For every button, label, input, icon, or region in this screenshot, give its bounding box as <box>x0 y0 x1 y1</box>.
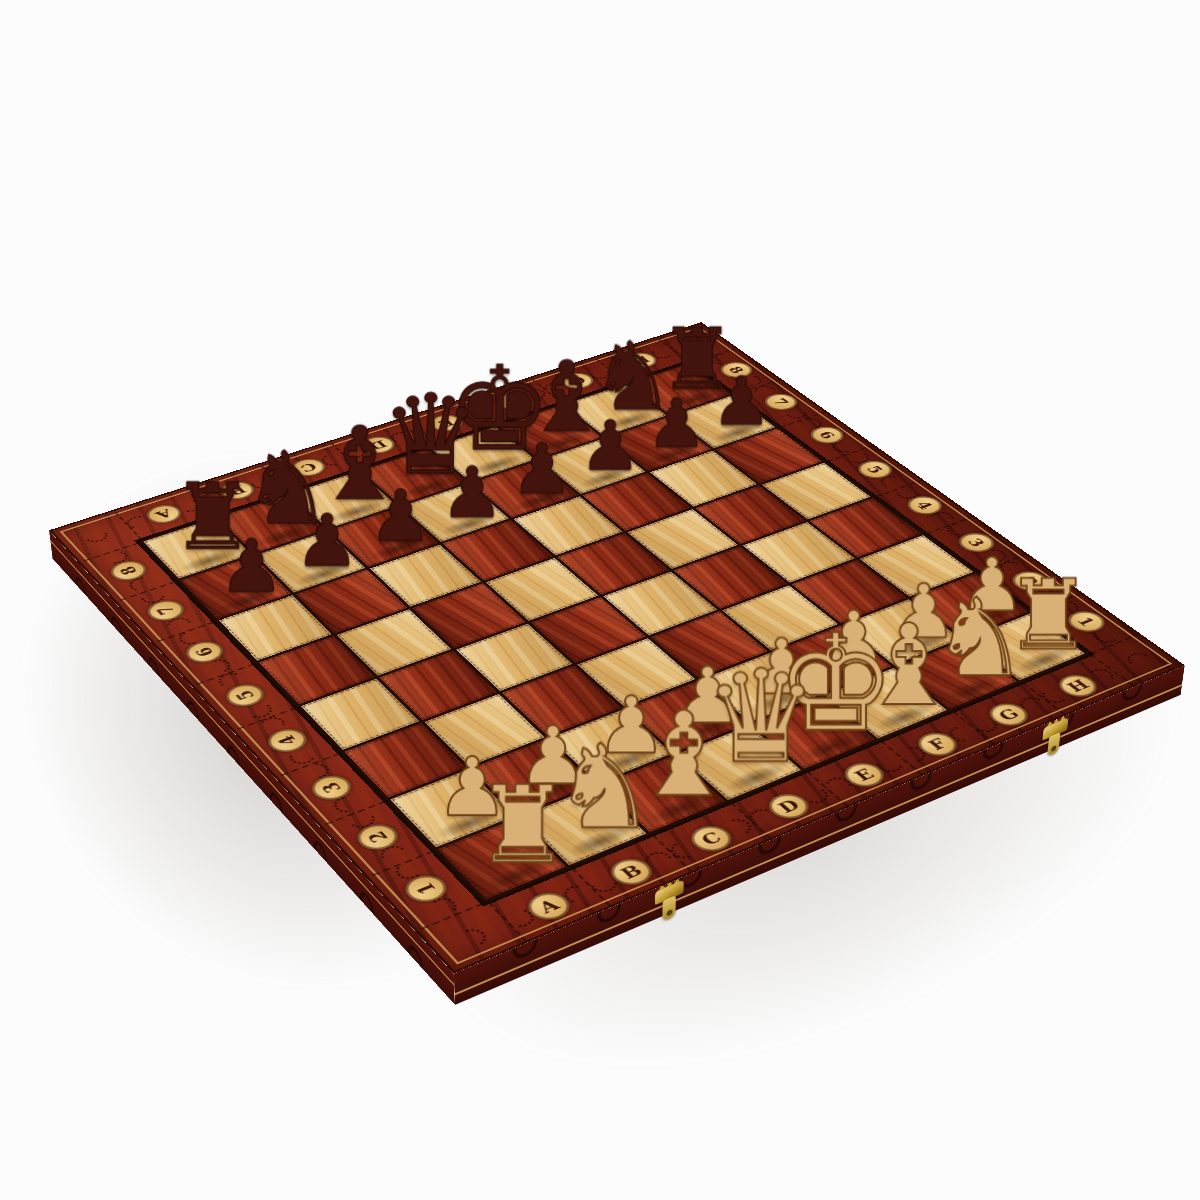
pyrography-scroll-icon <box>245 702 273 719</box>
pyrography-scroll-icon <box>284 745 319 766</box>
pyrography-scroll-icon <box>895 743 929 764</box>
border-segment-separator <box>237 706 297 729</box>
pyrography-scroll-icon <box>944 723 978 744</box>
coord-rank-5-left: 5 <box>219 680 269 710</box>
piece-black-pawn[interactable]: ♟ <box>368 481 432 552</box>
border-segment-separator <box>196 663 255 685</box>
pyrography-scroll-icon <box>328 793 364 815</box>
pyrography-scroll-icon <box>426 896 458 917</box>
chess-board: AA11BB22CC33DD44EE55FF66GG77HH88 ♜♞♝♛♚♝♞… <box>48 322 1184 973</box>
coord-rank-4-left: 4 <box>261 725 312 756</box>
pyrography-scroll-icon <box>1019 696 1045 713</box>
pyrography-scroll-icon <box>377 845 409 864</box>
pyrography-scroll-icon <box>345 810 376 829</box>
piece-black-pawn[interactable]: ♟ <box>646 390 706 457</box>
border-segment-separator <box>324 800 386 825</box>
pyrography-scroll-icon <box>1038 686 1070 704</box>
border-segment-separator <box>371 850 433 876</box>
border-segment-separator <box>570 867 611 906</box>
pyrography-scroll-icon <box>202 658 232 674</box>
pyrography-scroll-icon <box>746 807 778 826</box>
pyrography-scroll-icon <box>668 839 698 859</box>
coord-file-f-near: F <box>910 728 963 759</box>
pyrography-scroll-icon <box>971 715 997 732</box>
border-segment-separator <box>486 902 526 942</box>
playing-area: ♜♞♝♛♚♝♞♜♟♟♟♟♟♟♟♟♟♟♟♟♟♟♟♟♜♞♝♛♚♝♞♜ <box>138 361 1089 902</box>
pyrography-scroll-icon <box>1084 667 1116 684</box>
pyrography-scroll-icon <box>255 714 289 735</box>
coord-file-c-near: C <box>683 821 738 855</box>
pyrography-scroll-icon <box>1089 627 1120 644</box>
pyrography-scroll-icon <box>1126 652 1151 668</box>
piece-black-pawn[interactable]: ♟ <box>218 530 283 603</box>
pyrography-scroll-icon <box>558 881 595 905</box>
board-top-face: AA11BB22CC33DD44EE55FF66GG77HH88 ♜♞♝♛♚♝♞… <box>48 322 1184 973</box>
coord-file-a-near: A <box>520 887 576 923</box>
pyrography-scroll-icon <box>161 615 195 634</box>
border-segment-separator <box>1089 654 1134 686</box>
pyrography-scroll-icon <box>722 817 752 836</box>
pyrography-scroll-icon <box>216 671 243 688</box>
coord-file-h-near: H <box>1051 670 1103 700</box>
piece-black-pawn[interactable]: ♟ <box>294 505 358 577</box>
pyrography-scroll-icon <box>820 774 856 796</box>
border-segment-separator <box>650 834 692 872</box>
coord-rank-1-left: 1 <box>397 870 452 906</box>
pyrography-scroll-icon <box>297 760 333 781</box>
pyrography-scroll-icon <box>640 848 677 871</box>
pyrography-scroll-icon <box>392 860 423 881</box>
pyrography-scroll-icon <box>81 528 109 542</box>
coord-rank-2-left: 2 <box>350 820 404 854</box>
piece-black-pawn[interactable]: ♟ <box>579 412 640 480</box>
piece-black-pawn[interactable]: ♟ <box>440 457 503 527</box>
brass-latch-left[interactable] <box>652 878 686 935</box>
coord-file-d-near: D <box>761 789 815 822</box>
coord-file-b-near: B <box>603 853 658 888</box>
coord-file-e-near: E <box>837 758 891 790</box>
border-segment-separator <box>279 752 340 776</box>
border-segment-separator <box>1089 632 1139 653</box>
coord-file-g-near: G <box>981 699 1034 730</box>
pyrography-scroll-icon <box>501 905 538 929</box>
coord-rank-7-left: 7 <box>141 596 189 624</box>
coord-rank-3-left: 3 <box>304 771 356 804</box>
piece-white-rook[interactable]: ♜ <box>474 772 570 879</box>
piece-black-pawn[interactable]: ♟ <box>511 434 573 503</box>
border-segment-separator <box>420 902 483 929</box>
coord-rank-6-left: 6 <box>179 637 228 666</box>
pyrography-scroll-icon <box>175 629 205 645</box>
pyrography-scroll-icon <box>871 753 907 774</box>
pyrography-scroll-icon <box>584 871 621 895</box>
border-segment-separator <box>156 621 214 642</box>
pyrography-scroll-icon <box>798 785 830 804</box>
pyrography-scroll-icon <box>455 927 486 947</box>
